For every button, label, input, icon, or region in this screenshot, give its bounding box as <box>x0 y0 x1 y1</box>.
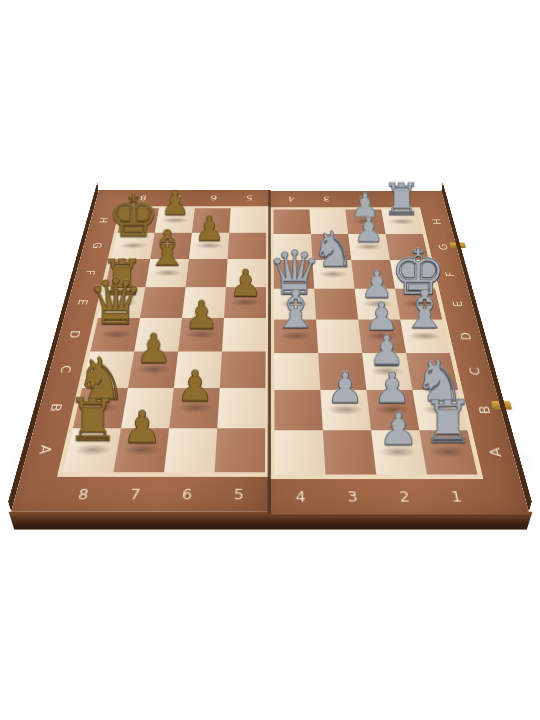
square-c4[interactable] <box>274 353 320 390</box>
square-b5[interactable] <box>217 388 265 428</box>
square-a3[interactable] <box>323 430 376 474</box>
square-d3[interactable] <box>316 320 362 354</box>
piece-black-pawn-h7[interactable]: ♟ <box>160 187 190 220</box>
rank-label-far-6: 6 <box>210 194 218 202</box>
rank-label-near-4: 4 <box>295 488 306 506</box>
product-photo-scene: 88776655HGFEDCBA♜♞♛♜♚♟♟♝♟♟♟♟♟ 44332211HG… <box>0 0 540 720</box>
file-label-left-A: A <box>36 445 56 455</box>
square-a4[interactable] <box>275 430 326 474</box>
square-e7[interactable] <box>140 287 186 318</box>
piece-black-bishop-f7[interactable]: ♝ <box>146 224 190 273</box>
rank-label-far-4: 4 <box>287 195 295 203</box>
piece-white-bishop-d4[interactable]: ♝ <box>272 283 320 336</box>
piece-black-pawn-e5[interactable]: ♟ <box>229 265 262 302</box>
piece-black-pawn-a7[interactable]: ♟ <box>122 405 162 450</box>
piece-white-pawn-b3[interactable]: ♟ <box>326 367 364 410</box>
file-label-left-B: B <box>47 403 66 412</box>
piece-black-rook-a8[interactable]: ♜ <box>66 391 119 450</box>
file-label-right-C: C <box>465 367 483 375</box>
piece-white-pawn-g2[interactable]: ♟ <box>353 212 384 246</box>
piece-black-pawn-c7[interactable]: ♟ <box>135 329 171 370</box>
square-f6[interactable] <box>186 259 228 287</box>
rank-label-near-7: 7 <box>129 485 142 502</box>
file-label-right-E: E <box>449 301 465 307</box>
rank-label-near-5: 5 <box>233 485 244 502</box>
piece-white-rook-h1[interactable]: ♜ <box>382 178 421 222</box>
file-label-right-D: D <box>457 332 474 340</box>
rank-label-far-3: 3 <box>322 195 330 203</box>
file-label-right-A: A <box>485 447 505 457</box>
rank-label-near-3: 3 <box>347 488 359 506</box>
rank-label-near-2: 2 <box>398 488 411 506</box>
square-d5[interactable] <box>222 318 266 351</box>
rank-label-near-1: 1 <box>450 488 464 506</box>
file-label-right-B: B <box>475 405 494 414</box>
square-b4[interactable] <box>274 390 322 430</box>
board-front-side <box>9 512 533 530</box>
square-h4[interactable] <box>273 209 310 233</box>
piece-black-pawn-g6[interactable]: ♟ <box>194 211 225 245</box>
piece-white-pawn-a2[interactable]: ♟ <box>378 407 418 452</box>
rank-label-near-6: 6 <box>181 485 193 502</box>
file-label-left-C: C <box>57 365 75 373</box>
piece-black-pawn-b6[interactable]: ♟ <box>176 365 214 408</box>
file-label-left-D: D <box>66 330 83 338</box>
rank-label-near-8: 8 <box>77 485 91 502</box>
chess-board: 88776655HGFEDCBA♜♞♛♜♚♟♟♝♟♟♟♟♟ 44332211HG… <box>11 190 529 512</box>
rank-label-far-5: 5 <box>245 194 253 202</box>
piece-white-rook-a1[interactable]: ♜ <box>421 393 474 452</box>
file-label-right-H: H <box>429 218 444 224</box>
file-label-left-G: G <box>90 242 105 249</box>
piece-black-pawn-d6[interactable]: ♟ <box>184 296 219 335</box>
square-h5[interactable] <box>229 208 266 232</box>
square-a5[interactable] <box>215 428 266 472</box>
square-c5[interactable] <box>220 351 266 388</box>
piece-white-bishop-d1[interactable]: ♝ <box>401 283 449 336</box>
square-a6[interactable] <box>164 428 217 472</box>
square-g5[interactable] <box>228 233 267 259</box>
